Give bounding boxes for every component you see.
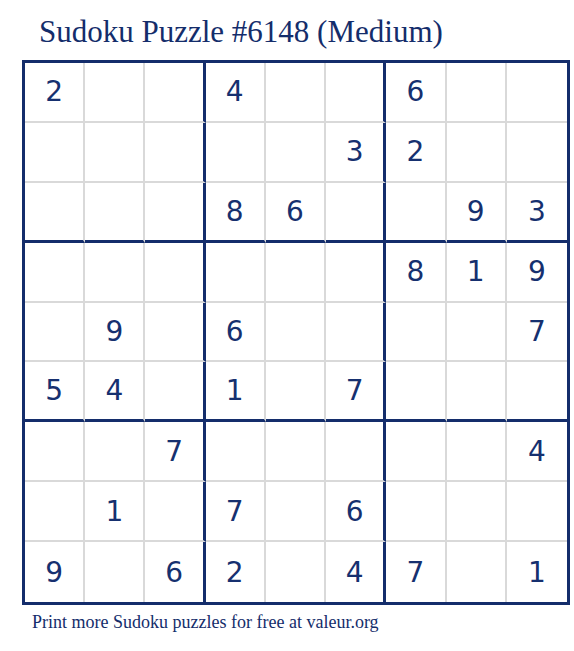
cell-r1c3[interactable] xyxy=(145,63,205,123)
cell-r5c7[interactable] xyxy=(386,303,446,363)
cell-r4c5[interactable] xyxy=(266,243,326,303)
cell-r1c8[interactable] xyxy=(447,63,507,123)
cell-r7c6[interactable] xyxy=(326,422,386,482)
cell-r2c9[interactable] xyxy=(507,123,567,183)
cell-r2c1[interactable] xyxy=(25,123,85,183)
cell-r6c2[interactable]: 4 xyxy=(85,362,145,422)
cell-r2c8[interactable] xyxy=(447,123,507,183)
cell-r9c7[interactable]: 7 xyxy=(386,542,446,602)
cell-r2c5[interactable] xyxy=(266,123,326,183)
cell-r1c5[interactable] xyxy=(266,63,326,123)
cell-r8c1[interactable] xyxy=(25,482,85,542)
cell-r9c9[interactable]: 1 xyxy=(507,542,567,602)
cell-r8c4[interactable]: 7 xyxy=(206,482,266,542)
cell-r8c5[interactable] xyxy=(266,482,326,542)
cell-r8c6[interactable]: 6 xyxy=(326,482,386,542)
cell-r1c2[interactable] xyxy=(85,63,145,123)
cell-r1c6[interactable] xyxy=(326,63,386,123)
cell-r9c6[interactable]: 4 xyxy=(326,542,386,602)
cell-r3c1[interactable] xyxy=(25,183,85,243)
cell-r2c2[interactable] xyxy=(85,123,145,183)
cell-r4c2[interactable] xyxy=(85,243,145,303)
cell-r6c3[interactable] xyxy=(145,362,205,422)
cell-r6c6[interactable]: 7 xyxy=(326,362,386,422)
cell-r6c1[interactable]: 5 xyxy=(25,362,85,422)
cell-r5c2[interactable]: 9 xyxy=(85,303,145,363)
cell-r9c4[interactable]: 2 xyxy=(206,542,266,602)
cell-r2c3[interactable] xyxy=(145,123,205,183)
cell-r1c4[interactable]: 4 xyxy=(206,63,266,123)
cell-r2c4[interactable] xyxy=(206,123,266,183)
cell-r5c1[interactable] xyxy=(25,303,85,363)
cell-r4c3[interactable] xyxy=(145,243,205,303)
cell-r3c2[interactable] xyxy=(85,183,145,243)
cell-r4c7[interactable]: 8 xyxy=(386,243,446,303)
cell-r4c1[interactable] xyxy=(25,243,85,303)
cell-r5c3[interactable] xyxy=(145,303,205,363)
cell-r7c4[interactable] xyxy=(206,422,266,482)
cell-r1c1[interactable]: 2 xyxy=(25,63,85,123)
cell-r3c6[interactable] xyxy=(326,183,386,243)
cell-r8c9[interactable] xyxy=(507,482,567,542)
cell-r5c5[interactable] xyxy=(266,303,326,363)
cell-r8c7[interactable] xyxy=(386,482,446,542)
cell-r5c8[interactable] xyxy=(447,303,507,363)
cell-r6c5[interactable] xyxy=(266,362,326,422)
page-title: Sudoku Puzzle #6148 (Medium) xyxy=(39,14,443,50)
cell-r7c5[interactable] xyxy=(266,422,326,482)
cell-r5c4[interactable]: 6 xyxy=(206,303,266,363)
cell-r7c8[interactable] xyxy=(447,422,507,482)
cell-r6c9[interactable] xyxy=(507,362,567,422)
cell-r9c8[interactable] xyxy=(447,542,507,602)
cell-r1c7[interactable]: 6 xyxy=(386,63,446,123)
cell-r9c5[interactable] xyxy=(266,542,326,602)
cell-r4c8[interactable]: 1 xyxy=(447,243,507,303)
cell-r9c1[interactable]: 9 xyxy=(25,542,85,602)
sudoku-grid: 246328693819967541774176962471 xyxy=(22,60,570,605)
cell-r4c4[interactable] xyxy=(206,243,266,303)
cell-r5c6[interactable] xyxy=(326,303,386,363)
sudoku-page: Sudoku Puzzle #6148 (Medium) 24632869381… xyxy=(0,0,574,651)
cell-r8c8[interactable] xyxy=(447,482,507,542)
cell-r9c3[interactable]: 6 xyxy=(145,542,205,602)
cell-r6c4[interactable]: 1 xyxy=(206,362,266,422)
cell-r2c7[interactable]: 2 xyxy=(386,123,446,183)
cell-r4c9[interactable]: 9 xyxy=(507,243,567,303)
cell-r7c1[interactable] xyxy=(25,422,85,482)
cell-r8c3[interactable] xyxy=(145,482,205,542)
cell-r6c7[interactable] xyxy=(386,362,446,422)
cell-r3c8[interactable]: 9 xyxy=(447,183,507,243)
footer-credit: Print more Sudoku puzzles for free at va… xyxy=(32,612,379,633)
cell-r1c9[interactable] xyxy=(507,63,567,123)
cell-r3c4[interactable]: 8 xyxy=(206,183,266,243)
cell-r7c9[interactable]: 4 xyxy=(507,422,567,482)
cell-r3c7[interactable] xyxy=(386,183,446,243)
cell-r2c6[interactable]: 3 xyxy=(326,123,386,183)
cell-r7c3[interactable]: 7 xyxy=(145,422,205,482)
cell-r4c6[interactable] xyxy=(326,243,386,303)
cell-r3c5[interactable]: 6 xyxy=(266,183,326,243)
cell-r6c8[interactable] xyxy=(447,362,507,422)
cell-r5c9[interactable]: 7 xyxy=(507,303,567,363)
cell-r7c7[interactable] xyxy=(386,422,446,482)
cell-r8c2[interactable]: 1 xyxy=(85,482,145,542)
cell-r9c2[interactable] xyxy=(85,542,145,602)
cell-r7c2[interactable] xyxy=(85,422,145,482)
cell-r3c9[interactable]: 3 xyxy=(507,183,567,243)
cell-r3c3[interactable] xyxy=(145,183,205,243)
